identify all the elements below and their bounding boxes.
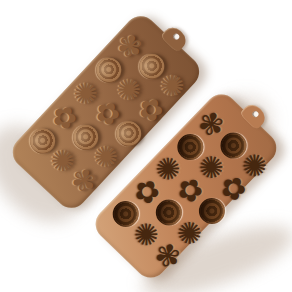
hang-tab [160, 23, 190, 53]
hang-tab-hole [172, 32, 180, 40]
product-photo: ✿✺✾✺✿✺✾✺✿✺ ✿✺✾✺✿✺✾✺✿✺ [0, 0, 292, 292]
hang-tab-hole [251, 110, 259, 118]
